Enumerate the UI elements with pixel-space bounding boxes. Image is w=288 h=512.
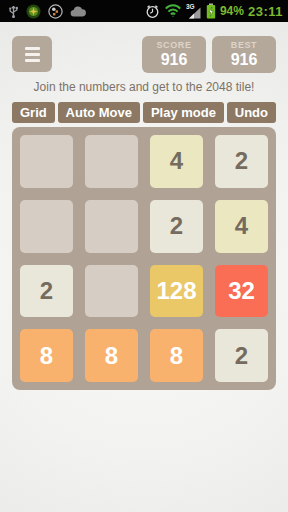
tile-32: 32 <box>215 265 268 318</box>
tile-8: 8 <box>85 329 138 382</box>
battery-charging-icon <box>206 3 216 19</box>
empty-cell <box>85 135 138 188</box>
usb-icon <box>8 3 19 19</box>
auto-move-button[interactable]: Auto Move <box>58 102 140 123</box>
best-box: BEST 916 <box>212 36 276 73</box>
app-icon-green <box>26 4 41 19</box>
tile-2: 2 <box>150 200 203 253</box>
best-label: BEST <box>231 41 257 50</box>
tile-2: 2 <box>20 265 73 318</box>
tile-8: 8 <box>20 329 73 382</box>
score-panel: SCORE 916 BEST 916 <box>142 36 276 73</box>
tile-4: 4 <box>215 200 268 253</box>
cloud-icon <box>70 5 87 18</box>
grid-button[interactable]: Grid <box>12 102 55 123</box>
board-grid[interactable]: 42242128328882 <box>12 127 276 390</box>
empty-cell <box>85 200 138 253</box>
header: SCORE 916 BEST 916 <box>12 36 276 73</box>
signal-3g-icon: 3G <box>186 3 202 19</box>
empty-cell <box>20 200 73 253</box>
clock-time: 23:11 <box>248 4 283 19</box>
app-icon-gray <box>48 4 63 19</box>
svg-text:3G: 3G <box>186 3 195 10</box>
empty-cell <box>20 135 73 188</box>
tile-8: 8 <box>150 329 203 382</box>
menu-button[interactable] <box>12 36 52 72</box>
game-app: SCORE 916 BEST 916 Join the numbers and … <box>0 36 288 390</box>
play-mode-button[interactable]: Play mode <box>143 102 224 123</box>
score-box: SCORE 916 <box>142 36 206 73</box>
toolbar: Grid Auto Move Play mode Undo <box>12 102 276 123</box>
tile-2: 2 <box>215 329 268 382</box>
alarm-icon <box>145 4 160 19</box>
empty-cell <box>85 265 138 318</box>
tile-128: 128 <box>150 265 203 318</box>
wifi-icon <box>164 4 182 18</box>
tile-4: 4 <box>150 135 203 188</box>
status-bar: 3G 94% 23:11 <box>0 0 288 22</box>
game-subtitle: Join the numbers and get to the 2048 til… <box>12 80 276 94</box>
phone-screen: 3G 94% 23:11 <box>0 0 288 512</box>
tile-2: 2 <box>215 135 268 188</box>
best-value: 916 <box>231 52 258 68</box>
notification-icons <box>8 3 87 19</box>
score-label: SCORE <box>156 41 191 50</box>
battery-percent: 94% <box>220 4 244 18</box>
score-value: 916 <box>161 52 188 68</box>
undo-button[interactable]: Undo <box>227 102 276 123</box>
hamburger-icon <box>25 47 40 50</box>
